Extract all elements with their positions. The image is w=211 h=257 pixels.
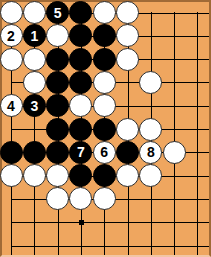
- grid-line-horizontal: [11, 222, 209, 223]
- move-number: 6: [100, 145, 108, 159]
- move-number: 5: [54, 6, 62, 20]
- stone-white-r2c6: [116, 24, 139, 47]
- stone-black-r2c2: 1: [23, 24, 46, 47]
- stone-black-r6c3: [46, 118, 69, 141]
- stone-black-r4c4: [69, 71, 92, 94]
- stone-black-r7c6: [116, 141, 139, 164]
- stone-white-r9c5: [93, 187, 116, 210]
- stone-black-r7c1: [0, 141, 23, 164]
- stone-white-r1c5: [93, 1, 116, 24]
- stone-white-r3c2: [23, 48, 46, 71]
- move-number: 2: [7, 29, 15, 43]
- move-number: 3: [30, 99, 38, 113]
- stone-white-r1c1: [0, 1, 23, 24]
- move-number: 7: [77, 145, 85, 159]
- stone-black-r6c5: [93, 118, 116, 141]
- grid-line-horizontal: [11, 246, 209, 247]
- stone-white-r3c1: [0, 48, 23, 71]
- stone-black-r1c4: [69, 1, 92, 24]
- stone-white-r6c7: [139, 118, 162, 141]
- stone-black-r4c3: [46, 71, 69, 94]
- star-point: [79, 220, 84, 225]
- stone-white-r5c4: [69, 94, 92, 117]
- move-number: 8: [147, 145, 155, 159]
- stone-white-r4c2: [23, 71, 46, 94]
- go-diagram: 52143768: [0, 0, 211, 257]
- stone-white-r2c1: 2: [0, 24, 23, 47]
- stone-black-r2c4: [69, 24, 92, 47]
- grid-line-vertical: [197, 12, 198, 255]
- stone-black-r3c4: [69, 48, 92, 71]
- stone-white-r5c5: [93, 94, 116, 117]
- stone-black-r7c3: [46, 141, 69, 164]
- stone-black-r3c3: [46, 48, 69, 71]
- stone-white-r3c6: [116, 48, 139, 71]
- stone-white-r8c6: [116, 164, 139, 187]
- stone-white-r1c2: [23, 1, 46, 24]
- move-number: 4: [7, 99, 15, 113]
- stone-white-r8c3: [46, 164, 69, 187]
- stone-black-r8c5: [93, 164, 116, 187]
- stone-white-r7c8: [163, 141, 186, 164]
- stone-white-r7c5: 6: [93, 141, 116, 164]
- stone-black-r2c5: [93, 24, 116, 47]
- stone-black-r6c4: [69, 118, 92, 141]
- stone-black-r5c2: 3: [23, 94, 46, 117]
- stone-white-r9c4: [69, 187, 92, 210]
- stone-white-r8c2: [23, 164, 46, 187]
- stone-white-r9c3: [46, 187, 69, 210]
- move-number: 1: [30, 29, 38, 43]
- stone-white-r4c7: [139, 71, 162, 94]
- stone-white-r6c6: [116, 118, 139, 141]
- stone-white-r7c7: 8: [139, 141, 162, 164]
- grid-line-vertical: [174, 12, 175, 255]
- stone-black-r7c4: 7: [69, 141, 92, 164]
- stone-white-r4c5: [93, 71, 116, 94]
- stone-black-r8c4: [69, 164, 92, 187]
- stone-white-r8c1: [0, 164, 23, 187]
- stone-black-r3c5: [93, 48, 116, 71]
- stone-black-r5c3: [46, 94, 69, 117]
- stone-white-r2c3: [46, 24, 69, 47]
- stone-white-r5c1: 4: [0, 94, 23, 117]
- stone-black-r1c3: 5: [46, 1, 69, 24]
- stone-white-r1c6: [116, 1, 139, 24]
- stone-white-r8c7: [139, 164, 162, 187]
- stone-black-r7c2: [23, 141, 46, 164]
